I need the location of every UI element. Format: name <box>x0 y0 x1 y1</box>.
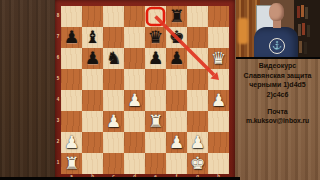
black-knight: ♞ <box>103 48 124 69</box>
black-queen: ♛ <box>145 27 166 48</box>
square-e8 <box>145 6 166 27</box>
video-frame: ♜♟♝♛♚♟♞♟♟♛♟♟♟♜♟♟♟♜♚ 87654321abcdefgh <box>0 0 320 180</box>
white-pawn: ♟ <box>103 111 124 132</box>
square-a5 <box>61 69 82 90</box>
white-queen: ♛ <box>208 48 229 69</box>
square-d6 <box>124 48 145 69</box>
course-line-opening: Славянская защита <box>229 71 320 81</box>
square-g4 <box>187 90 208 111</box>
square-e7: ♛ <box>145 27 166 48</box>
square-f4 <box>166 90 187 111</box>
white-rook: ♜ <box>145 111 166 132</box>
square-d8 <box>124 6 145 27</box>
rank-label-1: 1 <box>56 160 60 165</box>
chess-board-frame: ♜♟♝♛♚♟♞♟♟♛♟♟♟♜♟♟♟♜♚ 87654321abcdefgh <box>55 0 235 180</box>
rank-label-4: 4 <box>56 97 60 102</box>
square-d2 <box>124 132 145 153</box>
book-spine <box>305 7 308 19</box>
course-line-moves-2: 2)c4c6 <box>229 90 320 100</box>
rank-label-2: 2 <box>56 139 60 144</box>
book-spine <box>299 41 302 53</box>
square-g7 <box>187 27 208 48</box>
square-e3: ♜ <box>145 111 166 132</box>
square-b3 <box>82 111 103 132</box>
chess-board: ♜♟♝♛♚♟♞♟♟♛♟♟♟♜♟♟♟♜♚ <box>61 6 229 174</box>
square-d1 <box>124 153 145 174</box>
square-a6 <box>61 48 82 69</box>
email-label: Почта <box>229 107 320 116</box>
presenter-head <box>269 3 284 21</box>
square-b1 <box>82 153 103 174</box>
square-f2: ♟ <box>166 132 187 153</box>
square-f7: ♚ <box>166 27 187 48</box>
bottom-edge <box>0 177 240 180</box>
square-e4 <box>145 90 166 111</box>
square-a7: ♟ <box>61 27 82 48</box>
course-line-moves-1: черными 1)d4d5 <box>229 80 320 90</box>
square-c7 <box>103 27 124 48</box>
black-pawn: ♟ <box>166 48 187 69</box>
square-h1 <box>208 153 229 174</box>
black-pawn: ♟ <box>61 27 82 48</box>
black-bishop: ♝ <box>82 27 103 48</box>
square-c8 <box>103 6 124 27</box>
square-e2 <box>145 132 166 153</box>
left-wood-panel <box>0 0 55 177</box>
square-b5 <box>82 69 103 90</box>
white-pawn: ♟ <box>187 132 208 153</box>
course-info: Видеокурс Славянская защита черными 1)d4… <box>229 61 320 125</box>
white-pawn: ♟ <box>166 132 187 153</box>
black-pawn: ♟ <box>82 48 103 69</box>
info-panel: ⚓ Видеокурс Славянская защита черными 1)… <box>235 0 320 180</box>
square-f5 <box>166 69 187 90</box>
square-g2: ♟ <box>187 132 208 153</box>
white-pawn: ♟ <box>124 90 145 111</box>
square-c5 <box>103 69 124 90</box>
white-king: ♚ <box>187 153 208 174</box>
square-a4 <box>61 90 82 111</box>
black-pawn: ♟ <box>145 48 166 69</box>
rank-label-5: 5 <box>56 76 60 81</box>
square-g5 <box>187 69 208 90</box>
square-d5 <box>124 69 145 90</box>
square-b7: ♝ <box>82 27 103 48</box>
webcam-video: ⚓ <box>236 0 320 59</box>
white-pawn: ♟ <box>61 132 82 153</box>
book-spine <box>304 42 307 54</box>
square-f1 <box>166 153 187 174</box>
square-b6: ♟ <box>82 48 103 69</box>
white-rook: ♜ <box>61 153 82 174</box>
black-rook: ♜ <box>166 6 187 27</box>
warm-light <box>238 18 248 44</box>
square-h5 <box>208 69 229 90</box>
book-spine <box>297 6 300 18</box>
square-h7 <box>208 27 229 48</box>
webcam-frame-bar <box>236 57 320 59</box>
square-h3 <box>208 111 229 132</box>
square-a3 <box>61 111 82 132</box>
rank-label-3: 3 <box>56 118 60 123</box>
square-h8 <box>208 6 229 27</box>
white-pawn: ♟ <box>208 90 229 111</box>
rank-label-6: 6 <box>56 55 60 60</box>
square-a1: ♜ <box>61 153 82 174</box>
rank-label-7: 7 <box>56 34 60 39</box>
square-h6: ♛ <box>208 48 229 69</box>
square-b2 <box>82 132 103 153</box>
square-g3 <box>187 111 208 132</box>
square-h2 <box>208 132 229 153</box>
square-f8: ♜ <box>166 6 187 27</box>
book-spine <box>301 5 304 17</box>
book-spine <box>302 23 305 35</box>
anchor-logo-icon: ⚓ <box>269 38 285 54</box>
square-f6: ♟ <box>166 48 187 69</box>
square-d4: ♟ <box>124 90 145 111</box>
square-c6: ♞ <box>103 48 124 69</box>
square-e5 <box>145 69 166 90</box>
book-spine <box>307 25 310 37</box>
square-g6 <box>187 48 208 69</box>
square-c3: ♟ <box>103 111 124 132</box>
square-a2: ♟ <box>61 132 82 153</box>
square-g1: ♚ <box>187 153 208 174</box>
black-king: ♚ <box>166 27 187 48</box>
square-e6: ♟ <box>145 48 166 69</box>
square-f3 <box>166 111 187 132</box>
square-e1 <box>145 153 166 174</box>
square-c4 <box>103 90 124 111</box>
square-c1 <box>103 153 124 174</box>
email-address: m.kuksov@inbox.ru <box>229 116 320 125</box>
square-d3 <box>124 111 145 132</box>
square-d7 <box>124 27 145 48</box>
square-a8 <box>61 6 82 27</box>
square-g8 <box>187 6 208 27</box>
course-title: Видеокурс <box>229 61 320 71</box>
rank-label-8: 8 <box>56 13 60 18</box>
square-c2 <box>103 132 124 153</box>
book-spine <box>298 24 301 36</box>
square-b4 <box>82 90 103 111</box>
square-b8 <box>82 6 103 27</box>
square-h4: ♟ <box>208 90 229 111</box>
